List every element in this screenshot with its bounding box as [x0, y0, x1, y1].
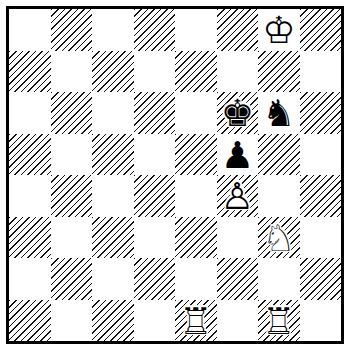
- square-f2[interactable]: [217, 258, 259, 300]
- white-pawn-icon: ♙: [217, 176, 259, 218]
- white-knight-icon: ♘: [258, 217, 300, 259]
- square-g7[interactable]: [258, 51, 300, 93]
- black-knight-icon: ♞: [258, 93, 300, 135]
- square-g5[interactable]: [258, 134, 300, 176]
- square-a1[interactable]: [9, 300, 51, 342]
- square-f7[interactable]: [217, 51, 259, 93]
- square-d2[interactable]: [134, 258, 176, 300]
- square-f4[interactable]: ♟♙: [217, 175, 259, 217]
- square-a6[interactable]: [9, 92, 51, 134]
- white-king-g8[interactable]: ♚♔: [258, 9, 300, 51]
- square-g8[interactable]: ♚♔: [258, 9, 300, 51]
- square-d8[interactable]: [134, 9, 176, 51]
- black-undefined-h7[interactable]: [300, 51, 342, 93]
- square-b1[interactable]: [51, 300, 93, 342]
- square-c1[interactable]: [92, 300, 134, 342]
- square-a8[interactable]: [9, 9, 51, 51]
- black-pawn-icon: ♟: [217, 134, 259, 176]
- square-g1[interactable]: ♜♖: [258, 300, 300, 342]
- square-d4[interactable]: [134, 175, 176, 217]
- square-a7[interactable]: [9, 51, 51, 93]
- black-knight-g6[interactable]: ♞♞: [258, 92, 300, 134]
- square-b5[interactable]: [51, 134, 93, 176]
- square-h5[interactable]: [300, 134, 342, 176]
- black-king-icon: ♚: [217, 93, 259, 135]
- white-rook-e1[interactable]: ♜♖: [175, 300, 217, 342]
- square-c8[interactable]: [92, 9, 134, 51]
- black-undefined-c7[interactable]: [92, 51, 134, 93]
- square-e1[interactable]: ♜♖: [175, 300, 217, 342]
- square-b7[interactable]: [51, 51, 93, 93]
- square-h3[interactable]: [300, 217, 342, 259]
- square-b4[interactable]: [51, 175, 93, 217]
- square-b3[interactable]: [51, 217, 93, 259]
- square-c7[interactable]: [92, 51, 134, 93]
- square-e2[interactable]: [175, 258, 217, 300]
- chess-diagram-page: ♚♔♚♚♞♞♟♟♟♙♞♘♜♖♜♖: [0, 0, 350, 350]
- chess-board: ♚♔♚♚♞♞♟♟♟♙♞♘♜♖♜♖: [9, 9, 341, 341]
- square-h7[interactable]: [300, 51, 342, 93]
- square-e5[interactable]: [175, 134, 217, 176]
- square-b8[interactable]: [51, 9, 93, 51]
- square-h8[interactable]: [300, 9, 342, 51]
- square-h2[interactable]: [300, 258, 342, 300]
- white-rook-icon: ♖: [175, 300, 217, 342]
- square-e8[interactable]: [175, 9, 217, 51]
- square-d7[interactable]: [134, 51, 176, 93]
- black-king-f6[interactable]: ♚♚: [217, 92, 259, 134]
- square-a3[interactable]: [9, 217, 51, 259]
- square-h1[interactable]: [300, 300, 342, 342]
- white-rook-g1[interactable]: ♜♖: [258, 300, 300, 342]
- square-c6[interactable]: [92, 92, 134, 134]
- square-e7[interactable]: [175, 51, 217, 93]
- square-g6[interactable]: ♞♞: [258, 92, 300, 134]
- white-knight-g3[interactable]: ♞♘: [258, 217, 300, 259]
- square-e3[interactable]: [175, 217, 217, 259]
- square-d6[interactable]: [134, 92, 176, 134]
- square-h4[interactable]: [300, 175, 342, 217]
- black-undefined-icon: [92, 51, 134, 93]
- square-f6[interactable]: ♚♚: [217, 92, 259, 134]
- white-pawn-f4[interactable]: ♟♙: [217, 175, 259, 217]
- square-b6[interactable]: [51, 92, 93, 134]
- square-d1[interactable]: [134, 300, 176, 342]
- square-a5[interactable]: [9, 134, 51, 176]
- square-e6[interactable]: [175, 92, 217, 134]
- square-f8[interactable]: [217, 9, 259, 51]
- square-c3[interactable]: [92, 217, 134, 259]
- square-a4[interactable]: [9, 175, 51, 217]
- square-f1[interactable]: [217, 300, 259, 342]
- square-g4[interactable]: [258, 175, 300, 217]
- square-d5[interactable]: [134, 134, 176, 176]
- square-c4[interactable]: [92, 175, 134, 217]
- board-frame: ♚♔♚♚♞♞♟♟♟♙♞♘♜♖♜♖: [6, 6, 344, 344]
- black-undefined-icon: [300, 51, 342, 93]
- square-f3[interactable]: [217, 217, 259, 259]
- square-h6[interactable]: [300, 92, 342, 134]
- square-c2[interactable]: [92, 258, 134, 300]
- square-f5[interactable]: ♟♟: [217, 134, 259, 176]
- square-d3[interactable]: [134, 217, 176, 259]
- square-g3[interactable]: ♞♘: [258, 217, 300, 259]
- square-g2[interactable]: [258, 258, 300, 300]
- square-c5[interactable]: [92, 134, 134, 176]
- square-e4[interactable]: [175, 175, 217, 217]
- white-rook-icon: ♖: [258, 300, 300, 342]
- white-king-icon: ♔: [258, 10, 300, 52]
- square-a2[interactable]: [9, 258, 51, 300]
- square-b2[interactable]: [51, 258, 93, 300]
- black-pawn-f5[interactable]: ♟♟: [217, 134, 259, 176]
